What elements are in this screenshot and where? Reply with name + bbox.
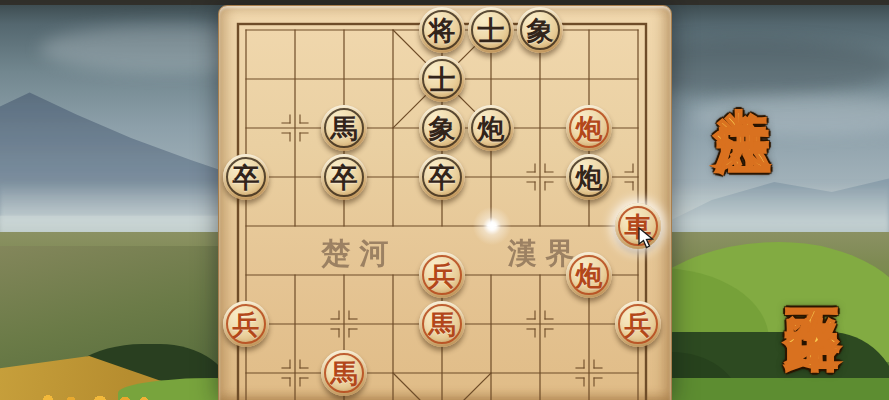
black-soldier-glyph: 卒 xyxy=(429,164,456,191)
black-advisor[interactable]: 士 xyxy=(419,56,465,102)
red-cannon-glyph: 炮 xyxy=(576,115,603,142)
clipped-watermark-text xyxy=(38,392,153,400)
black-cannon-glyph: 炮 xyxy=(478,115,505,142)
black-advisor[interactable]: 士 xyxy=(468,7,514,53)
black-horse-glyph: 馬 xyxy=(331,115,358,142)
black-soldier[interactable]: 卒 xyxy=(223,154,269,200)
red-cannon[interactable]: 炮 xyxy=(566,105,612,151)
black-soldier-glyph: 卒 xyxy=(331,164,358,191)
black-general-glyph: 将 xyxy=(429,17,456,44)
red-soldier[interactable]: 兵 xyxy=(615,301,661,347)
black-soldier[interactable]: 卒 xyxy=(321,154,367,200)
red-horse[interactable]: 馬 xyxy=(321,350,367,396)
black-horse[interactable]: 馬 xyxy=(321,105,367,151)
black-advisor-glyph: 士 xyxy=(478,17,505,44)
xiangqi-board[interactable]: 楚河 漢界 将士象士馬象炮炮卒卒卒炮車兵炮兵馬兵馬 xyxy=(218,5,672,400)
black-cannon-glyph: 炮 xyxy=(576,164,603,191)
red-soldier-glyph: 兵 xyxy=(625,311,652,338)
red-soldier[interactable]: 兵 xyxy=(223,301,269,347)
black-soldier-glyph: 卒 xyxy=(233,164,260,191)
red-soldier[interactable]: 兵 xyxy=(419,252,465,298)
red-soldier-glyph: 兵 xyxy=(233,311,260,338)
mouse-cursor-icon xyxy=(638,227,655,249)
red-cannon-glyph: 炮 xyxy=(576,262,603,289)
black-elephant[interactable]: 象 xyxy=(517,7,563,53)
black-soldier[interactable]: 卒 xyxy=(419,154,465,200)
red-cannon[interactable]: 炮 xyxy=(566,252,612,298)
black-cannon[interactable]: 炮 xyxy=(566,154,612,200)
red-horse-glyph: 馬 xyxy=(429,311,456,338)
black-elephant[interactable]: 象 xyxy=(419,105,465,151)
black-elephant-glyph: 象 xyxy=(429,115,456,142)
red-horse-glyph: 馬 xyxy=(331,360,358,387)
promo-text-dont-get-lost: 不迷路 xyxy=(775,264,852,273)
promo-text-follow: 点关注 xyxy=(704,62,781,71)
screenshot-stage: 楚河 漢界 将士象士馬象炮炮卒卒卒炮車兵炮兵馬兵馬 点关注 不迷路 xyxy=(0,0,889,400)
red-horse[interactable]: 馬 xyxy=(419,301,465,347)
black-cannon[interactable]: 炮 xyxy=(468,105,514,151)
black-general[interactable]: 将 xyxy=(419,7,465,53)
sparkle-highlight xyxy=(472,206,512,246)
black-advisor-glyph: 士 xyxy=(429,66,456,93)
river-label-left: 楚河 xyxy=(310,235,400,271)
red-soldier-glyph: 兵 xyxy=(429,262,456,289)
black-elephant-glyph: 象 xyxy=(527,17,554,44)
